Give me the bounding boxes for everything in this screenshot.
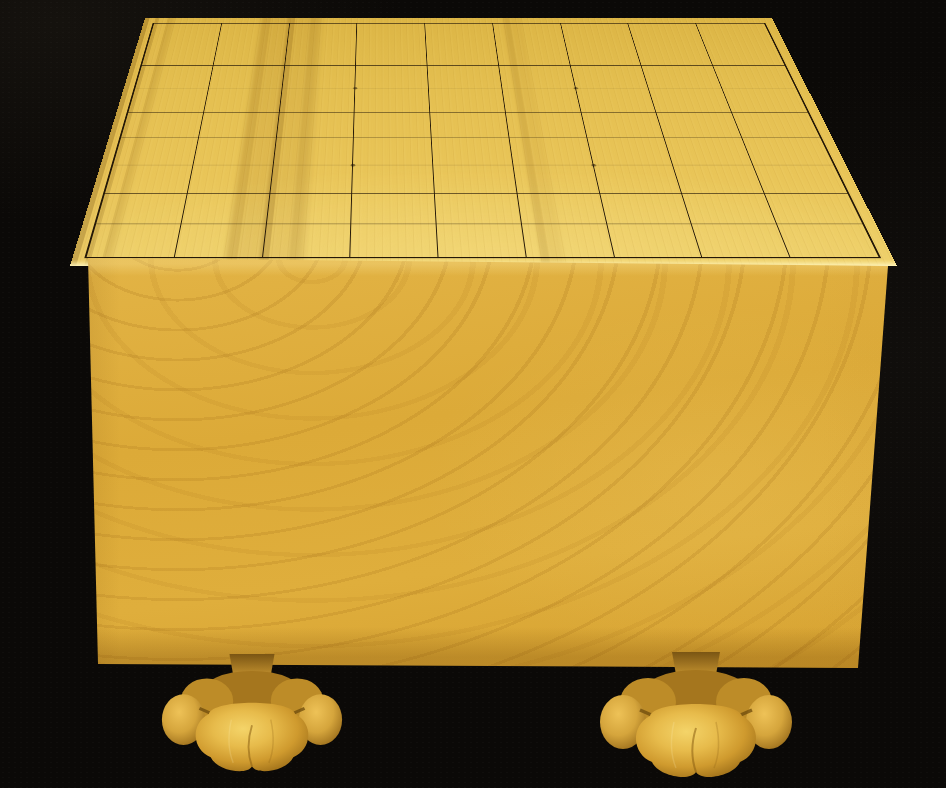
board-cell (743, 138, 834, 165)
board-cell (351, 224, 439, 257)
board-cell (433, 165, 517, 194)
board-cell (576, 88, 657, 112)
board-cell (657, 113, 743, 138)
board-cell (753, 165, 847, 194)
board-cell (181, 194, 270, 225)
board-cell (649, 88, 732, 112)
board-cell (696, 24, 774, 44)
board-cell (777, 224, 878, 257)
board-cell (279, 88, 355, 112)
board-cell (561, 24, 635, 44)
board-cell (113, 138, 198, 165)
board-cell (425, 24, 496, 44)
board-cell (665, 138, 754, 165)
board-cell (713, 66, 796, 89)
board-cell (513, 165, 600, 194)
board-cell (426, 44, 499, 66)
board-cell (499, 66, 576, 89)
hoshi-dot (573, 87, 578, 89)
board-cell (175, 224, 267, 257)
board-top-face (70, 18, 897, 266)
board-cell (692, 224, 790, 257)
board-cell (432, 138, 514, 165)
board-cell (570, 66, 649, 89)
board-cell (96, 194, 187, 225)
board-cell (353, 138, 433, 165)
board-cell (357, 24, 427, 44)
board-cell (565, 44, 641, 66)
board-cell (199, 113, 280, 138)
board-cell (273, 138, 354, 165)
board-cell (600, 194, 692, 225)
board-cell (428, 66, 503, 89)
board-cell (135, 66, 213, 89)
board-cell (148, 24, 222, 44)
board-cell (204, 88, 282, 112)
board-cell (142, 44, 218, 66)
board-cell (673, 165, 765, 194)
board-cell (496, 44, 571, 66)
board-cell (635, 44, 713, 66)
board-cell (593, 165, 682, 194)
board-cell (354, 113, 432, 138)
board-cell (355, 88, 430, 112)
board-cell (517, 194, 607, 225)
board-grid (84, 23, 881, 258)
hoshi-dot (353, 87, 357, 89)
board-cell (105, 165, 193, 194)
board-cell (642, 66, 723, 89)
board-cell (722, 88, 807, 112)
board-cell (287, 24, 357, 44)
board-cell (285, 44, 357, 66)
board-cell (352, 194, 437, 225)
board-cell (607, 224, 703, 257)
board-cell (732, 113, 820, 138)
board-cell (581, 113, 665, 138)
board-cell (187, 165, 273, 194)
board-cell (263, 224, 352, 257)
board-cell (522, 224, 615, 257)
board-cell (352, 165, 435, 194)
board-cell (270, 165, 353, 194)
board-cell (128, 88, 208, 112)
board-cell (506, 113, 587, 138)
board-cell (429, 88, 506, 112)
board-leg-right (596, 652, 796, 782)
board-cell (356, 44, 427, 66)
board-leg-left (158, 654, 346, 776)
board-cell (213, 44, 287, 66)
board-front-face (60, 250, 900, 675)
board-top-outer (19, 0, 897, 266)
hoshi-dot (591, 164, 596, 167)
board-cell (209, 66, 285, 89)
board-cell (282, 66, 356, 89)
board-cell (628, 24, 704, 44)
board-cell (683, 194, 778, 225)
board-cell (765, 194, 863, 225)
board-cell (218, 24, 290, 44)
board-cell (587, 138, 673, 165)
board-cell (502, 88, 581, 112)
board-cell (435, 194, 522, 225)
board-cell (493, 24, 566, 44)
hoshi-dot (351, 164, 356, 167)
board-cell (705, 44, 785, 66)
board-cell (87, 224, 182, 257)
board-cell (355, 66, 428, 89)
board-cell (437, 224, 527, 257)
board-cell (509, 138, 593, 165)
board-cell (121, 113, 204, 138)
board-cell (193, 138, 276, 165)
board-cell (266, 194, 352, 225)
board-cell (276, 113, 354, 138)
board-cell (430, 113, 509, 138)
photo-scene (0, 0, 946, 788)
